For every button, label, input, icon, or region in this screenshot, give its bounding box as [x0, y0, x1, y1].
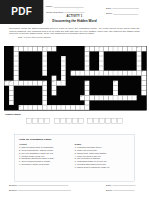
clue-item: 8. where food of plants are made up	[75, 166, 128, 169]
clue-number: 8	[142, 71, 143, 73]
teacher-field[interactable]: Teacher:	[9, 184, 69, 186]
hidden-word-letter-box[interactable]	[66, 118, 71, 123]
clue-number: 14	[85, 81, 87, 83]
grade-section-blank-line[interactable]	[64, 11, 84, 13]
clue-number: 10	[5, 81, 7, 83]
footer-score-field[interactable]: Score:	[106, 189, 135, 191]
down-clues-column: Down: 1. proposed scientific theory2. ba…	[75, 143, 131, 169]
pdf-badge-label: PDF	[11, 6, 32, 17]
hidden-word-label: Hidden Word	[5, 112, 21, 115]
section-blank-line[interactable]	[18, 189, 71, 191]
down-clues-list: 1. proposed scientific theory2. basic un…	[75, 146, 128, 168]
directions-block: Directions: Read the statements/hints gi…	[9, 27, 139, 39]
clue-number: 12	[42, 81, 44, 83]
clue-number: 6	[61, 56, 62, 58]
hidden-word-group	[26, 118, 50, 123]
clue-number: 2	[42, 46, 43, 48]
section-field[interactable]: Section:	[9, 189, 71, 191]
hidden-word-letter-box[interactable]	[87, 118, 92, 123]
hidden-word-letter-box[interactable]	[32, 118, 37, 123]
crossword-block	[141, 105, 146, 110]
worksheet-page: Name: Grade & Section: Date: Score: ACTI…	[0, 0, 149, 198]
date-blank-line[interactable]	[112, 7, 139, 9]
clue-number: 16	[80, 95, 82, 97]
pdf-badge: PDF	[0, 0, 43, 24]
hidden-word-letter-box[interactable]	[111, 118, 116, 123]
clue-number: 15	[113, 81, 115, 83]
clue-number: 9	[52, 76, 53, 78]
clue-number: 13	[52, 81, 54, 83]
grade-section-label: Grade & Section:	[46, 11, 64, 13]
name-blank-line[interactable]	[54, 5, 84, 7]
date-label: Date:	[106, 7, 112, 9]
across-clues-list: 1. basic building block of organisms2. c…	[19, 146, 72, 166]
clue-number: 3	[85, 46, 86, 48]
down-label: Down:	[75, 143, 128, 146]
hidden-word-group	[87, 118, 123, 123]
teacher-blank-line[interactable]	[18, 184, 68, 186]
hidden-word-letter-box[interactable]	[26, 118, 31, 123]
hidden-word-letter-box[interactable]	[60, 118, 65, 123]
directions-note: Note: 1 pt for each correct answer.	[9, 36, 139, 39]
hidden-word-letter-box[interactable]	[117, 118, 122, 123]
document-thumbnail: Name: Grade & Section: Date: Score: ACTI…	[0, 0, 149, 198]
hints-title: Hints for Crossword Puzzle	[19, 137, 131, 140]
hidden-word-letter-box[interactable]	[105, 118, 110, 123]
hidden-word-letter-box[interactable]	[93, 118, 98, 123]
footer-date-label: Date:	[106, 184, 112, 186]
crossword-grid: 1234567891011121314151617	[4, 46, 147, 110]
name-field[interactable]: Name:	[46, 5, 84, 7]
hidden-word-letter-box[interactable]	[99, 118, 104, 123]
hints-box: Hints for Crossword Puzzle Across: 1. ba…	[15, 134, 135, 181]
clue-number: 4	[99, 46, 100, 48]
footer-score-label: Score:	[106, 189, 113, 191]
across-label: Across:	[19, 143, 72, 146]
hidden-word-letter-box[interactable]	[54, 118, 59, 123]
date-field[interactable]: Date:	[106, 7, 139, 9]
clue-number: 17	[19, 105, 21, 107]
hidden-word-letter-box[interactable]	[44, 118, 49, 123]
hidden-word-boxes	[0, 118, 149, 123]
footer-date-blank-line[interactable]	[112, 184, 135, 186]
hidden-word-letter-box[interactable]	[78, 118, 83, 123]
footer-date-field[interactable]: Date:	[106, 184, 136, 186]
hidden-word-group	[53, 118, 83, 123]
clue-number: 5	[137, 46, 138, 48]
clue-number: 1	[14, 46, 15, 48]
clue-number: 11	[9, 81, 11, 83]
across-clues-column: Across: 1. basic building block of organ…	[19, 143, 75, 169]
hidden-word-letter-box[interactable]	[38, 118, 43, 123]
name-label: Name:	[46, 5, 53, 7]
clue-item: 7. process by which cells divide	[19, 163, 72, 166]
clue-number: 7	[71, 71, 72, 73]
grade-section-field[interactable]: Grade & Section:	[46, 11, 84, 13]
teacher-label: Teacher:	[9, 184, 18, 186]
directions-text: Directions: Read the statements/hints gi…	[9, 27, 139, 36]
hidden-word-letter-box[interactable]	[72, 118, 77, 123]
section-label: Section:	[9, 189, 17, 191]
footer-score-blank-line[interactable]	[113, 189, 134, 191]
